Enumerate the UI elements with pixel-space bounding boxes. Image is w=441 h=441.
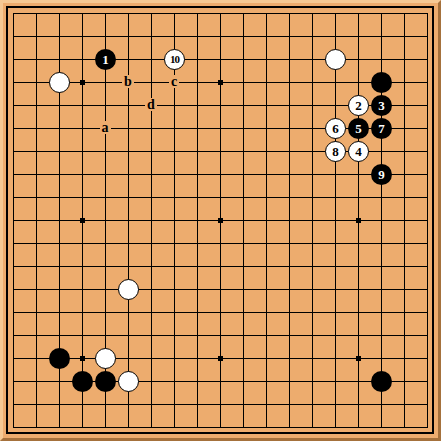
grid-line-vertical	[312, 13, 313, 428]
white-stone-move-10: 10	[164, 49, 185, 70]
star-point	[80, 80, 85, 85]
black-stone	[49, 348, 70, 369]
star-point	[80, 356, 85, 361]
grid-line-vertical	[427, 13, 428, 428]
point-label-d: d	[145, 98, 157, 111]
grid-line-horizontal	[13, 427, 428, 428]
black-stone	[72, 371, 93, 392]
white-stone	[118, 371, 139, 392]
white-stone	[49, 72, 70, 93]
black-stone	[371, 72, 392, 93]
grid-line-vertical	[243, 13, 244, 428]
grid-line-horizontal	[13, 289, 428, 290]
black-stone-move-1: 1	[95, 49, 116, 70]
point-label-b: b	[122, 75, 134, 88]
grid-line-vertical	[404, 13, 405, 428]
grid-line-horizontal	[13, 266, 428, 267]
star-point	[356, 218, 361, 223]
grid-line-vertical	[266, 13, 267, 428]
white-stone-move-4: 4	[348, 141, 369, 162]
point-label-c: c	[169, 75, 179, 88]
grid-line-horizontal	[13, 335, 428, 336]
white-stone-move-2: 2	[348, 95, 369, 116]
white-stone-move-6: 6	[325, 118, 346, 139]
black-stone-move-3: 3	[371, 95, 392, 116]
grid-line-horizontal	[13, 404, 428, 405]
black-stone-move-9: 9	[371, 164, 392, 185]
board-grid: 12345678910abcd	[13, 13, 428, 428]
white-stone	[325, 49, 346, 70]
black-stone-move-7: 7	[371, 118, 392, 139]
star-point	[356, 356, 361, 361]
black-stone	[95, 371, 116, 392]
star-point	[218, 80, 223, 85]
grid-line-horizontal	[13, 312, 428, 313]
star-point	[218, 356, 223, 361]
grid-line-vertical	[335, 13, 336, 428]
white-stone	[118, 279, 139, 300]
white-stone-move-8: 8	[325, 141, 346, 162]
grid-line-vertical	[289, 13, 290, 428]
black-stone-move-5: 5	[348, 118, 369, 139]
grid-line-horizontal	[13, 243, 428, 244]
go-board: 12345678910abcd	[0, 0, 441, 441]
white-stone	[95, 348, 116, 369]
point-label-a: a	[100, 121, 111, 134]
star-point	[80, 218, 85, 223]
black-stone	[371, 371, 392, 392]
star-point	[218, 218, 223, 223]
